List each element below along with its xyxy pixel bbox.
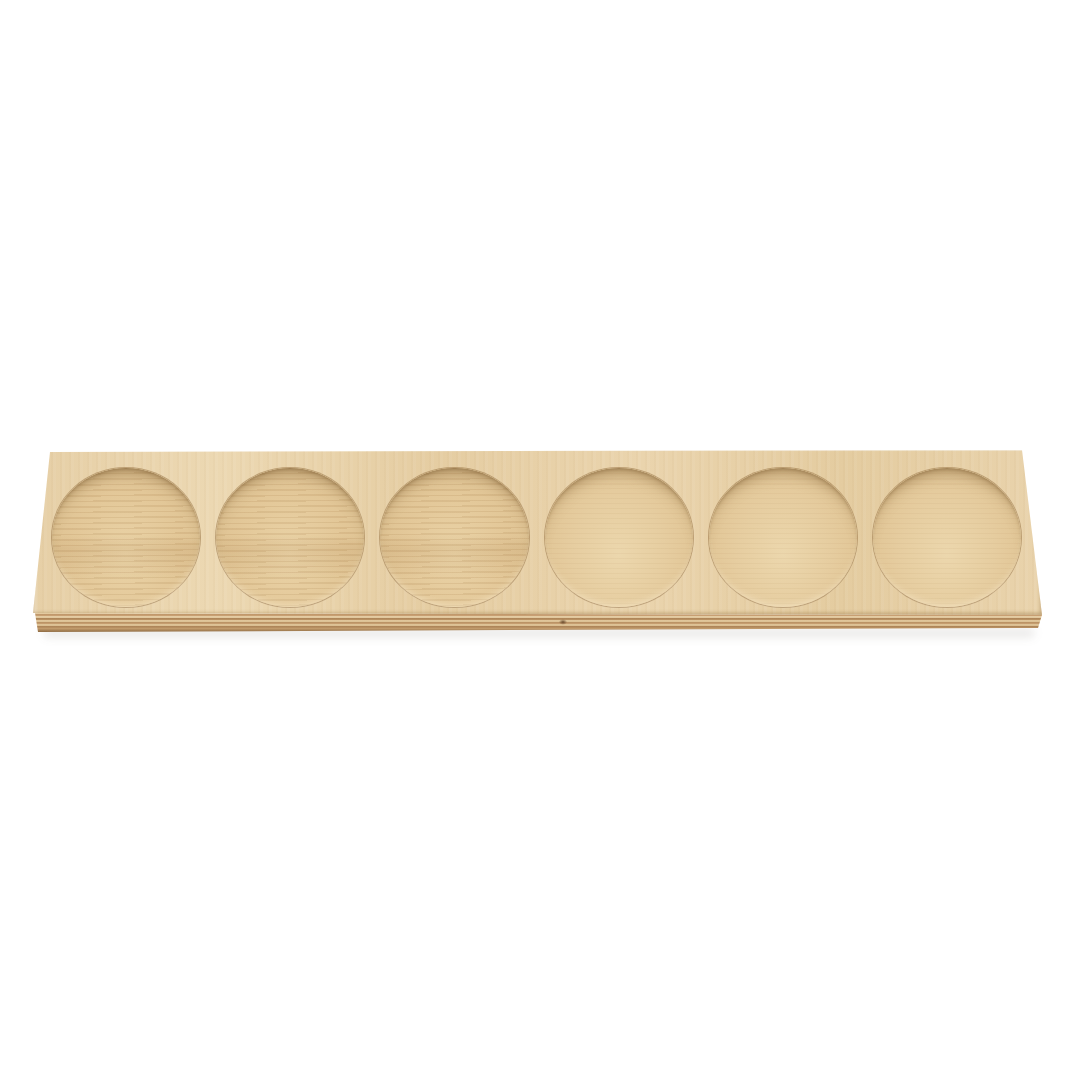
mancala-tray	[33, 449, 1042, 639]
product-photo-scene	[0, 0, 1080, 1080]
pit-4[interactable]	[545, 468, 693, 607]
pit-6[interactable]	[873, 468, 1021, 607]
pit-2[interactable]	[216, 468, 364, 607]
pit-5[interactable]	[709, 468, 857, 607]
board-top-face	[33, 449, 1042, 615]
pit-1[interactable]	[52, 468, 200, 607]
pit-3[interactable]	[380, 468, 528, 607]
pit-grid	[52, 468, 1021, 607]
